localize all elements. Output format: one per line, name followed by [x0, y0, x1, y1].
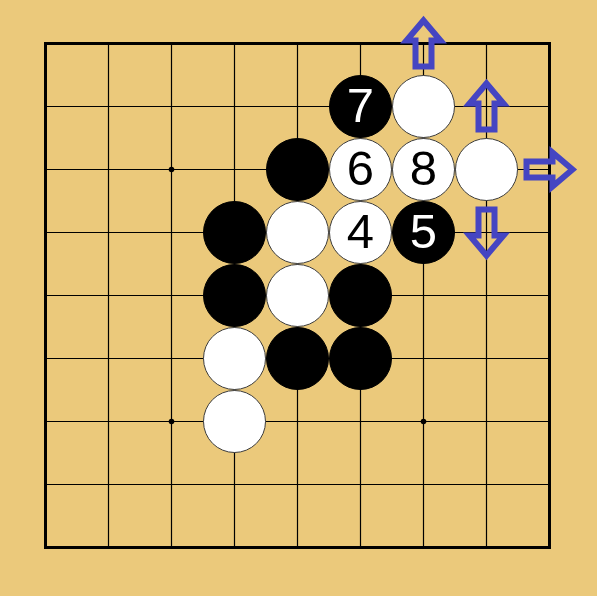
liberty-arrow-layer [0, 0, 597, 596]
liberty-arrow-right [527, 153, 573, 187]
liberty-arrow-up [407, 21, 441, 67]
go-problem-diagram: 76845 [0, 0, 597, 596]
liberty-arrow-up [470, 84, 504, 130]
liberty-arrow-down [470, 210, 504, 256]
